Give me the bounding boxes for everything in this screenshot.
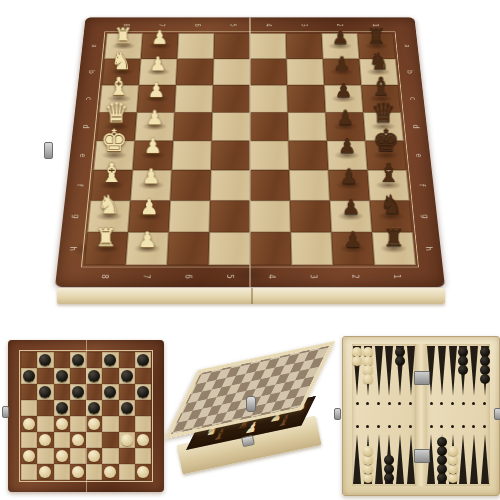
hinge-icon — [414, 371, 430, 385]
coordinate-label: 1 — [371, 23, 379, 26]
black-checker — [104, 354, 116, 366]
checkers-board-thumbnail — [8, 340, 164, 492]
square — [86, 384, 102, 400]
coordinate-label: e — [414, 153, 423, 157]
light-backgammon-checker — [352, 356, 362, 366]
square — [135, 416, 151, 432]
pine-box-edge — [57, 288, 445, 304]
center-hinge-strip — [416, 344, 426, 486]
black-checker — [137, 354, 149, 366]
coordinate-label: 5 — [228, 23, 236, 26]
point-triangle — [459, 434, 467, 484]
square — [102, 416, 118, 432]
point-triangle — [438, 346, 446, 396]
square — [135, 368, 151, 384]
chess-board: 8765432187654321abcdefghabcdefgh ♜♟♟♜♞♟♟… — [55, 17, 445, 287]
black-checker — [121, 370, 133, 382]
dark-backgammon-checker — [384, 455, 394, 465]
coordinate-label: 3 — [300, 23, 308, 26]
white-checker — [72, 466, 84, 478]
point-triangle — [470, 434, 478, 484]
square — [54, 432, 70, 448]
light-backgammon-checker — [363, 455, 373, 465]
coordinate-label: 1 — [391, 274, 400, 279]
white-checker — [72, 434, 84, 446]
metal-latch-icon — [246, 396, 256, 412]
square — [37, 368, 53, 384]
checkers-fold-seam — [86, 340, 87, 492]
square — [70, 400, 86, 416]
black-checker — [72, 354, 84, 366]
square — [102, 368, 118, 384]
black-checker — [121, 402, 133, 414]
square — [86, 352, 102, 368]
coordinate-label: e — [78, 153, 87, 157]
light-backgammon-checker — [363, 374, 373, 384]
coordinate-label: 2 — [335, 23, 343, 26]
dark-backgammon-checker — [384, 473, 394, 483]
coordinate-label: h — [67, 246, 76, 250]
square — [119, 464, 135, 480]
peg-dots-row — [426, 402, 490, 405]
square — [70, 448, 86, 464]
dark-backgammon-checker — [384, 464, 394, 474]
backgammon-board-thumbnail — [342, 336, 500, 496]
coordinate-label: b — [405, 70, 413, 74]
metal-clasp-icon — [44, 142, 53, 159]
black-checker — [88, 402, 100, 414]
black-checker — [104, 386, 116, 398]
square — [37, 448, 53, 464]
black-checker — [23, 370, 35, 382]
light-backgammon-checker — [448, 473, 458, 483]
black-checker — [137, 386, 149, 398]
square — [119, 448, 135, 464]
coordinate-label: c — [408, 97, 416, 100]
square — [54, 384, 70, 400]
square — [102, 400, 118, 416]
coordinate-label: f — [74, 184, 83, 186]
dark-backgammon-checker — [437, 473, 447, 483]
black-checker — [72, 386, 84, 398]
white-checker — [88, 418, 100, 430]
peg-dots-row — [426, 425, 490, 428]
black-checker — [56, 402, 68, 414]
peg-dots-row — [352, 402, 416, 405]
coordinate-label: g — [420, 214, 429, 218]
dark-backgammon-checker — [437, 437, 447, 447]
white-checker — [39, 434, 51, 446]
square — [135, 448, 151, 464]
folded-box-thumbnail: ♟♞♝♟♜♟♞♟♝♟ — [176, 338, 326, 492]
points-row — [426, 434, 490, 484]
square — [21, 400, 37, 416]
light-backgammon-checker — [448, 446, 458, 456]
coordinate-label: d — [81, 125, 90, 129]
white-checker — [23, 418, 35, 430]
white-checker — [56, 418, 68, 430]
square — [135, 400, 151, 416]
point-triangle — [375, 434, 383, 484]
light-backgammon-checker — [448, 455, 458, 465]
square — [37, 400, 53, 416]
dark-backgammon-checker — [395, 356, 405, 366]
white-checker — [121, 434, 133, 446]
square — [119, 416, 135, 432]
point-triangle — [375, 346, 383, 396]
square — [119, 352, 135, 368]
square — [37, 416, 53, 432]
point-triangle — [353, 434, 361, 484]
white-checker — [39, 466, 51, 478]
coordinate-label: 7 — [157, 23, 165, 26]
light-backgammon-checker — [448, 464, 458, 474]
coordinate-label: 4 — [264, 23, 272, 26]
coordinate-label: g — [71, 214, 80, 218]
coordinate-label: 8 — [99, 274, 108, 279]
product-photo: { "game": "3-in-1 folding wooden game se… — [0, 0, 500, 500]
square — [102, 432, 118, 448]
square — [54, 464, 70, 480]
dark-backgammon-checker — [458, 365, 468, 375]
square — [119, 384, 135, 400]
coordinate-label: 4 — [266, 274, 275, 279]
white-checker — [104, 466, 116, 478]
chess-pieces: ♜♟♟♜♞♟♟♞♝♟♟♝♛♟♟♛♚♟♟♚♝♟♟♝♞♟♟♞♜♟♟♜ — [55, 17, 445, 287]
dark-backgammon-checker — [437, 455, 447, 465]
coordinate-label: d — [411, 125, 420, 129]
coordinate-label: f — [417, 184, 426, 186]
metal-clasp-icon — [334, 408, 341, 420]
square — [21, 384, 37, 400]
point-triangle — [385, 346, 393, 396]
black-checker — [39, 354, 51, 366]
dark-backgammon-checker — [437, 446, 447, 456]
black-checker — [39, 386, 51, 398]
point-triangle — [481, 434, 489, 484]
coordinate-label: a — [90, 44, 98, 47]
point-triangle — [449, 346, 457, 396]
white-checker — [137, 466, 149, 478]
coordinate-label: 6 — [193, 23, 201, 26]
coordinate-label: 3 — [308, 274, 317, 279]
backgammon-right-panel — [426, 344, 490, 486]
chess-set-hero-photo: 8765432187654321abcdefghabcdefgh ♜♟♟♜♞♟♟… — [0, 0, 500, 332]
square — [70, 416, 86, 432]
peg-dots-row — [352, 425, 416, 428]
point-triangle — [470, 346, 478, 396]
metal-clasp-icon — [2, 406, 9, 418]
light-backgammon-checker — [363, 473, 373, 483]
coordinate-label: 5 — [225, 274, 234, 279]
coordinate-label: 7 — [141, 274, 150, 279]
hinge-icon — [414, 449, 430, 463]
coordinate-label: 2 — [350, 274, 359, 279]
square — [21, 464, 37, 480]
coordinate-label: 8 — [121, 23, 129, 26]
square — [86, 432, 102, 448]
white-checker — [23, 450, 35, 462]
point-triangle — [396, 434, 404, 484]
dark-backgammon-checker — [437, 464, 447, 474]
square — [21, 432, 37, 448]
square — [70, 368, 86, 384]
square — [21, 352, 37, 368]
white-checker — [56, 450, 68, 462]
square — [102, 448, 118, 464]
backgammon-left-panel — [352, 344, 416, 486]
black-checker — [88, 370, 100, 382]
white-checker — [88, 450, 100, 462]
square — [54, 352, 70, 368]
white-checker — [137, 434, 149, 446]
dark-backgammon-checker — [480, 374, 490, 384]
metal-clasp-icon — [494, 408, 500, 420]
square — [86, 464, 102, 480]
coordinate-label: a — [402, 44, 410, 47]
light-backgammon-checker — [363, 446, 373, 456]
coordinate-label: h — [423, 246, 432, 250]
light-backgammon-checker — [363, 464, 373, 474]
coordinate-label: 6 — [183, 274, 192, 279]
coordinate-label: c — [84, 97, 92, 100]
coordinate-label: b — [87, 70, 95, 74]
black-checker — [56, 370, 68, 382]
